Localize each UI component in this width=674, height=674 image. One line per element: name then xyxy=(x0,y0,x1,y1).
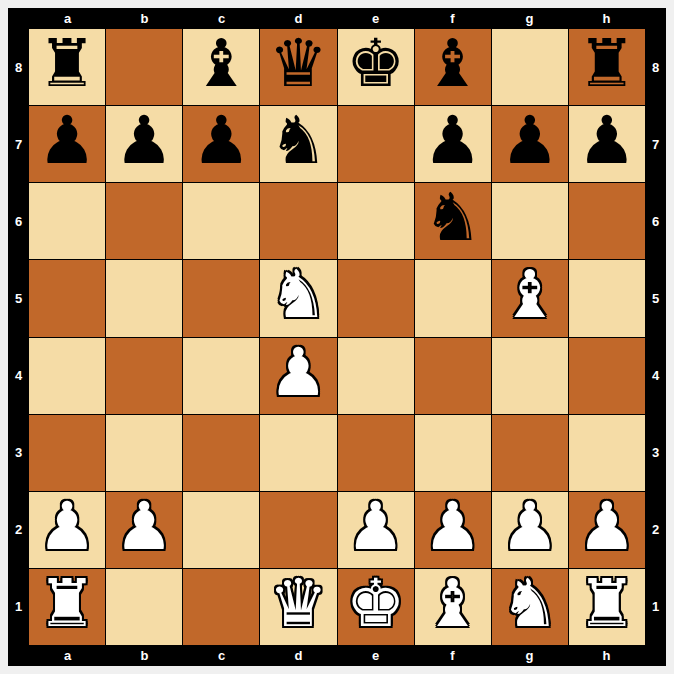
file-labels-bottom: abcdefgh xyxy=(29,645,645,666)
rank-label-3: 3 xyxy=(645,414,666,491)
square-b7[interactable]: ♟ xyxy=(106,106,182,182)
piece-white-knight[interactable]: ♞ xyxy=(500,571,559,637)
piece-black-pawn[interactable]: ♟ xyxy=(577,108,636,174)
file-label-b: b xyxy=(106,8,183,29)
square-a1[interactable]: ♜ xyxy=(29,569,105,645)
square-a5[interactable] xyxy=(29,260,105,336)
piece-black-pawn[interactable]: ♟ xyxy=(192,108,251,174)
rank-label-5: 5 xyxy=(8,260,29,337)
file-label-e: e xyxy=(337,645,414,666)
square-g7[interactable]: ♟ xyxy=(492,106,568,182)
square-g1[interactable]: ♞ xyxy=(492,569,568,645)
square-e8[interactable]: ♚ xyxy=(338,29,414,105)
piece-black-knight[interactable]: ♞ xyxy=(269,108,328,174)
square-f1[interactable]: ♝ xyxy=(415,569,491,645)
square-b6[interactable] xyxy=(106,183,182,259)
file-label-g: g xyxy=(491,8,568,29)
file-label-f: f xyxy=(414,8,491,29)
square-a2[interactable]: ♟ xyxy=(29,492,105,568)
piece-white-pawn[interactable]: ♟ xyxy=(500,494,559,560)
rank-label-4: 4 xyxy=(645,337,666,414)
rank-label-2: 2 xyxy=(8,491,29,568)
square-g2[interactable]: ♟ xyxy=(492,492,568,568)
piece-white-pawn[interactable]: ♟ xyxy=(577,494,636,560)
rank-label-6: 6 xyxy=(645,183,666,260)
square-d4[interactable]: ♟ xyxy=(260,338,336,414)
piece-black-rook[interactable]: ♜ xyxy=(37,31,96,97)
file-label-a: a xyxy=(29,645,106,666)
rank-label-8: 8 xyxy=(8,29,29,106)
square-e5[interactable] xyxy=(338,260,414,336)
piece-white-queen[interactable]: ♛ xyxy=(269,571,328,637)
square-h8[interactable]: ♜ xyxy=(569,29,645,105)
file-label-h: h xyxy=(568,645,645,666)
piece-white-pawn[interactable]: ♟ xyxy=(423,494,482,560)
rank-label-1: 1 xyxy=(645,568,666,645)
file-label-c: c xyxy=(183,645,260,666)
square-e2[interactable]: ♟ xyxy=(338,492,414,568)
file-label-g: g xyxy=(491,645,568,666)
rank-label-8: 8 xyxy=(645,29,666,106)
square-g3[interactable] xyxy=(492,415,568,491)
rank-label-7: 7 xyxy=(645,106,666,183)
square-d2[interactable] xyxy=(260,492,336,568)
square-a7[interactable]: ♟ xyxy=(29,106,105,182)
piece-black-bishop[interactable]: ♝ xyxy=(192,31,251,97)
piece-black-pawn[interactable]: ♟ xyxy=(500,108,559,174)
file-label-b: b xyxy=(106,645,183,666)
square-h1[interactable]: ♜ xyxy=(569,569,645,645)
file-label-h: h xyxy=(568,8,645,29)
square-c6[interactable] xyxy=(183,183,259,259)
square-e3[interactable] xyxy=(338,415,414,491)
square-c4[interactable] xyxy=(183,338,259,414)
square-c1[interactable] xyxy=(183,569,259,645)
piece-white-rook[interactable]: ♜ xyxy=(37,571,96,637)
piece-black-king[interactable]: ♚ xyxy=(346,31,405,97)
piece-white-knight[interactable]: ♞ xyxy=(269,262,328,328)
square-f4[interactable] xyxy=(415,338,491,414)
square-h7[interactable]: ♟ xyxy=(569,106,645,182)
square-d3[interactable] xyxy=(260,415,336,491)
rank-label-5: 5 xyxy=(645,260,666,337)
piece-white-pawn[interactable]: ♟ xyxy=(37,494,96,560)
square-b5[interactable] xyxy=(106,260,182,336)
file-label-d: d xyxy=(260,8,337,29)
square-b2[interactable]: ♟ xyxy=(106,492,182,568)
square-d8[interactable]: ♛ xyxy=(260,29,336,105)
square-h4[interactable] xyxy=(569,338,645,414)
piece-white-king[interactable]: ♚ xyxy=(346,571,405,637)
rank-label-2: 2 xyxy=(645,491,666,568)
square-e4[interactable] xyxy=(338,338,414,414)
square-h5[interactable] xyxy=(569,260,645,336)
square-e1[interactable]: ♚ xyxy=(338,569,414,645)
square-g6[interactable] xyxy=(492,183,568,259)
square-f6[interactable]: ♞ xyxy=(415,183,491,259)
square-h2[interactable]: ♟ xyxy=(569,492,645,568)
square-b4[interactable] xyxy=(106,338,182,414)
square-e6[interactable] xyxy=(338,183,414,259)
square-c5[interactable] xyxy=(183,260,259,336)
rank-label-7: 7 xyxy=(8,106,29,183)
piece-black-pawn[interactable]: ♟ xyxy=(423,108,482,174)
square-h6[interactable] xyxy=(569,183,645,259)
piece-white-bishop[interactable]: ♝ xyxy=(500,262,559,328)
file-label-f: f xyxy=(414,645,491,666)
rank-label-6: 6 xyxy=(8,183,29,260)
piece-black-queen[interactable]: ♛ xyxy=(269,31,328,97)
square-b1[interactable] xyxy=(106,569,182,645)
piece-black-pawn[interactable]: ♟ xyxy=(37,108,96,174)
square-d1[interactable]: ♛ xyxy=(260,569,336,645)
file-label-e: e xyxy=(337,8,414,29)
square-e7[interactable] xyxy=(338,106,414,182)
piece-black-rook[interactable]: ♜ xyxy=(577,31,636,97)
square-b8[interactable] xyxy=(106,29,182,105)
file-label-d: d xyxy=(260,645,337,666)
piece-white-bishop[interactable]: ♝ xyxy=(423,571,482,637)
file-label-a: a xyxy=(29,8,106,29)
board-frame: abcdefgh 87654321 ♜♝♛♚♝♜♟♟♟♞♟♟♟♞♞♝♟♟♟♟♟♟… xyxy=(8,8,666,666)
square-b3[interactable] xyxy=(106,415,182,491)
piece-white-pawn[interactable]: ♟ xyxy=(346,494,405,560)
square-d5[interactable]: ♞ xyxy=(260,260,336,336)
square-c8[interactable]: ♝ xyxy=(183,29,259,105)
square-f2[interactable]: ♟ xyxy=(415,492,491,568)
square-g8[interactable] xyxy=(492,29,568,105)
square-a3[interactable] xyxy=(29,415,105,491)
piece-black-pawn[interactable]: ♟ xyxy=(115,108,174,174)
square-c7[interactable]: ♟ xyxy=(183,106,259,182)
chess-board: ♜♝♛♚♝♜♟♟♟♞♟♟♟♞♞♝♟♟♟♟♟♟♟♜♛♚♝♞♜ xyxy=(29,29,645,645)
square-c3[interactable] xyxy=(183,415,259,491)
file-label-c: c xyxy=(183,8,260,29)
rank-labels-left: 87654321 xyxy=(8,29,29,645)
square-a4[interactable] xyxy=(29,338,105,414)
piece-white-pawn[interactable]: ♟ xyxy=(115,494,174,560)
piece-white-pawn[interactable]: ♟ xyxy=(269,340,328,406)
square-h3[interactable] xyxy=(569,415,645,491)
square-g4[interactable] xyxy=(492,338,568,414)
square-c2[interactable] xyxy=(183,492,259,568)
rank-labels-right: 87654321 xyxy=(645,29,666,645)
square-f3[interactable] xyxy=(415,415,491,491)
rank-label-3: 3 xyxy=(8,414,29,491)
square-a6[interactable] xyxy=(29,183,105,259)
piece-white-rook[interactable]: ♜ xyxy=(577,571,636,637)
square-d6[interactable] xyxy=(260,183,336,259)
square-f7[interactable]: ♟ xyxy=(415,106,491,182)
piece-black-bishop[interactable]: ♝ xyxy=(423,31,482,97)
rank-label-4: 4 xyxy=(8,337,29,414)
square-f8[interactable]: ♝ xyxy=(415,29,491,105)
file-labels-top: abcdefgh xyxy=(29,8,645,29)
square-a8[interactable]: ♜ xyxy=(29,29,105,105)
square-d7[interactable]: ♞ xyxy=(260,106,336,182)
square-f5[interactable] xyxy=(415,260,491,336)
page-background: abcdefgh 87654321 ♜♝♛♚♝♜♟♟♟♞♟♟♟♞♞♝♟♟♟♟♟♟… xyxy=(0,0,674,674)
piece-black-knight[interactable]: ♞ xyxy=(423,185,482,251)
square-g5[interactable]: ♝ xyxy=(492,260,568,336)
rank-label-1: 1 xyxy=(8,568,29,645)
